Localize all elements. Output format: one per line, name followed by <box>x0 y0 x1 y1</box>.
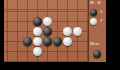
stone-white <box>33 47 42 56</box>
next-turn-label: Next <box>90 42 99 46</box>
white-score-value: 7 <box>100 19 103 23</box>
stone-white <box>33 27 42 36</box>
stone-white <box>63 27 72 36</box>
black-stone-icon <box>90 9 97 16</box>
stone-black <box>43 27 52 36</box>
stone-white <box>73 27 82 36</box>
stone-black <box>23 37 32 46</box>
game-board[interactable] <box>4 0 89 62</box>
stone-black <box>53 37 62 46</box>
stone-white <box>43 17 52 26</box>
next-turn-stone-icon <box>93 50 101 58</box>
panel-header: W : B <box>90 1 101 5</box>
stone-white <box>63 37 72 46</box>
stone-white <box>33 37 42 46</box>
stone-black <box>33 17 42 26</box>
stone-black <box>43 37 52 46</box>
game-window: W : B 5 7 Next <box>0 0 120 70</box>
black-score-value: 5 <box>100 10 103 14</box>
white-stone-icon <box>90 18 97 25</box>
score-panel: W : B 5 7 Next <box>89 0 106 62</box>
